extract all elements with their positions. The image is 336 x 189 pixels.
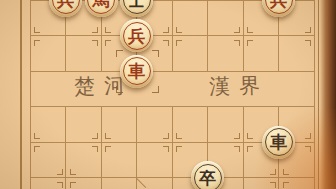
piece-character: 兵 <box>120 19 153 52</box>
xiangqi-board-screen: 楚河 漢界 兵馬士兵兵車車卒 <box>0 0 336 189</box>
piece-character: 士 <box>120 0 153 17</box>
piece-red-chariot[interactable]: 車 <box>120 55 153 88</box>
piece-character: 卒 <box>191 161 224 189</box>
piece-red-horse[interactable]: 馬 <box>85 0 118 17</box>
piece-character: 兵 <box>262 0 295 17</box>
piece-black-advisor[interactable]: 士 <box>120 0 153 17</box>
piece-red-soldier[interactable]: 兵 <box>262 0 295 17</box>
piece-red-soldier[interactable]: 兵 <box>49 0 82 17</box>
river-label-right: 漢界 <box>209 74 270 98</box>
board-right-edge-wood <box>320 0 336 189</box>
piece-character: 馬 <box>85 0 118 17</box>
piece-character: 車 <box>120 55 153 88</box>
board-left-edge-wood <box>0 0 15 189</box>
piece-character: 兵 <box>49 0 82 17</box>
piece-black-soldier[interactable]: 卒 <box>191 161 224 189</box>
piece-red-soldier[interactable]: 兵 <box>120 19 153 52</box>
piece-character: 車 <box>262 126 295 159</box>
palace-diagonal <box>136 178 146 188</box>
board[interactable]: 楚河 漢界 兵馬士兵兵車車卒 <box>0 0 336 189</box>
piece-black-chariot[interactable]: 車 <box>262 126 295 159</box>
